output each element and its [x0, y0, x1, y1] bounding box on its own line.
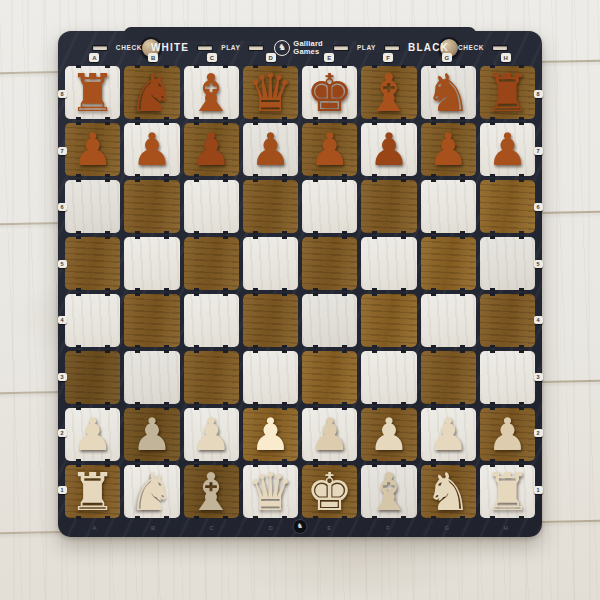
white-pawn-e2[interactable]: ♟: [302, 408, 357, 461]
square-a8[interactable]: ♜: [65, 66, 120, 119]
square-g6[interactable]: [421, 180, 476, 233]
coordinate-tag: 1: [58, 486, 67, 494]
square-b4[interactable]: [124, 294, 179, 347]
square-d3[interactable]: [243, 351, 298, 404]
square-d4[interactable]: [243, 294, 298, 347]
square-c6[interactable]: [184, 180, 239, 233]
coordinate-label: C: [210, 525, 214, 531]
coordinate-label: G: [445, 525, 450, 531]
square-b5[interactable]: [124, 237, 179, 290]
black-pawn-a7[interactable]: ♟: [65, 123, 120, 176]
squares-grid: ♜♞♝♛♚♝♞♜♟♟♟♟♟♟♟♟♟♟♟♟♟♟♟♟♜♞♝♛♚♝♞♜: [65, 66, 535, 518]
square-c5[interactable]: [184, 237, 239, 290]
square-d8[interactable]: ♛: [243, 66, 298, 119]
square-g3[interactable]: [421, 351, 476, 404]
bottom-knight-roundel-icon: ♞: [293, 519, 308, 534]
white-pawn-f2[interactable]: ♟: [361, 408, 416, 461]
indicator-slot: [198, 46, 212, 50]
coordinate-tag: E: [324, 53, 334, 62]
indicator-slot: [249, 46, 263, 50]
black-pawn-e7[interactable]: ♟: [302, 123, 357, 176]
square-b2[interactable]: ♟: [124, 408, 179, 461]
rank-labels-right: 87654321: [533, 66, 543, 518]
white-bishop-f1[interactable]: ♝: [361, 465, 416, 518]
square-h1[interactable]: ♜: [480, 465, 535, 518]
coordinate-tag: 3: [58, 373, 67, 381]
square-g7[interactable]: ♟: [421, 123, 476, 176]
square-c8[interactable]: ♝: [184, 66, 239, 119]
square-e1[interactable]: ♚: [302, 465, 357, 518]
white-knight-g1[interactable]: ♞: [421, 465, 476, 518]
square-f7[interactable]: ♟: [361, 123, 416, 176]
black-pawn-c7[interactable]: ♟: [184, 123, 239, 176]
white-pawn-d2[interactable]: ♟: [243, 408, 298, 461]
check-left-label: CHECK: [116, 44, 142, 51]
white-queen-d1[interactable]: ♛: [243, 465, 298, 518]
square-a5[interactable]: [65, 237, 120, 290]
play-left-label: PLAY: [221, 44, 240, 51]
square-g2[interactable]: ♟: [421, 408, 476, 461]
coordinate-tag: 5: [534, 260, 543, 268]
square-g1[interactable]: ♞: [421, 465, 476, 518]
square-a1[interactable]: ♜: [65, 465, 120, 518]
square-c4[interactable]: [184, 294, 239, 347]
square-a2[interactable]: ♟: [65, 408, 120, 461]
indicator-slot: [385, 46, 399, 50]
square-b1[interactable]: ♞: [124, 465, 179, 518]
coordinate-tag: 2: [534, 429, 543, 437]
coordinate-label: F: [386, 525, 390, 531]
square-b8[interactable]: ♞: [124, 66, 179, 119]
white-pawn-a2[interactable]: ♟: [65, 408, 120, 461]
white-pawn-h2[interactable]: ♟: [480, 408, 535, 461]
coordinate-label: H: [503, 525, 507, 531]
play-right-label: PLAY: [357, 44, 376, 51]
black-pawn-f7[interactable]: ♟: [361, 123, 416, 176]
wood-grain: [225, 526, 486, 600]
coordinate-tag: 7: [58, 147, 67, 155]
coordinate-tag: 7: [534, 147, 543, 155]
square-a6[interactable]: [65, 180, 120, 233]
coordinate-tag: F: [383, 53, 393, 62]
square-e7[interactable]: ♟: [302, 123, 357, 176]
black-knight-g8[interactable]: ♞: [421, 66, 476, 119]
indicator-slot: [93, 46, 107, 50]
black-pawn-h7[interactable]: ♟: [480, 123, 535, 176]
coordinate-label: D: [268, 525, 272, 531]
white-pawn-g2[interactable]: ♟: [421, 408, 476, 461]
square-h4[interactable]: [480, 294, 535, 347]
coordinate-tag: 4: [534, 316, 543, 324]
square-e4[interactable]: [302, 294, 357, 347]
chess-board: CHECK WHITE PLAY ♞ Galliard Games PLAY B…: [58, 31, 542, 537]
white-rook-h1[interactable]: ♜: [480, 465, 535, 518]
rank-labels-left: 87654321: [57, 66, 67, 518]
coordinate-tag: 8: [58, 90, 67, 98]
coordinate-tag: 6: [534, 203, 543, 211]
white-king-e1[interactable]: ♚: [302, 465, 357, 518]
coordinate-tag: G: [442, 53, 452, 62]
black-king-e8[interactable]: ♚: [302, 66, 357, 119]
square-a3[interactable]: [65, 351, 120, 404]
white-label: WHITE: [151, 42, 189, 53]
square-e3[interactable]: [302, 351, 357, 404]
square-d7[interactable]: ♟: [243, 123, 298, 176]
square-c7[interactable]: ♟: [184, 123, 239, 176]
black-bishop-f8[interactable]: ♝: [361, 66, 416, 119]
square-f6[interactable]: [361, 180, 416, 233]
white-rook-a1[interactable]: ♜: [65, 465, 120, 518]
coordinate-tag: 2: [58, 429, 67, 437]
white-pawn-c2[interactable]: ♟: [184, 408, 239, 461]
square-f1[interactable]: ♝: [361, 465, 416, 518]
square-h5[interactable]: [480, 237, 535, 290]
black-rook-a8[interactable]: ♜: [65, 66, 120, 119]
black-queen-d8[interactable]: ♛: [243, 66, 298, 119]
coordinate-tag: C: [207, 53, 217, 62]
square-e6[interactable]: [302, 180, 357, 233]
black-pawn-d7[interactable]: ♟: [243, 123, 298, 176]
square-h3[interactable]: [480, 351, 535, 404]
black-pawn-g7[interactable]: ♟: [421, 123, 476, 176]
file-labels-top: ABCDEFGH: [65, 53, 535, 63]
coordinate-tag: D: [266, 53, 276, 62]
square-e5[interactable]: [302, 237, 357, 290]
white-knight-b1[interactable]: ♞: [124, 465, 179, 518]
coordinate-tag: 3: [534, 373, 543, 381]
square-b3[interactable]: [124, 351, 179, 404]
black-rook-h8[interactable]: ♜: [480, 66, 535, 119]
coordinate-tag: 8: [534, 90, 543, 98]
coordinate-tag: A: [89, 53, 99, 62]
black-pawn-b7[interactable]: ♟: [124, 123, 179, 176]
square-f2[interactable]: ♟: [361, 408, 416, 461]
square-g5[interactable]: [421, 237, 476, 290]
indicator-slot: [493, 46, 507, 50]
coordinate-tag: 1: [534, 486, 543, 494]
black-bishop-c8[interactable]: ♝: [184, 66, 239, 119]
square-a4[interactable]: [65, 294, 120, 347]
square-c2[interactable]: ♟: [184, 408, 239, 461]
coordinate-tag: B: [148, 53, 158, 62]
square-e8[interactable]: ♚: [302, 66, 357, 119]
coordinate-label: B: [151, 525, 155, 531]
indicator-slot: [334, 46, 348, 50]
black-label: BLACK: [408, 42, 449, 53]
square-d5[interactable]: [243, 237, 298, 290]
black-knight-b8[interactable]: ♞: [124, 66, 179, 119]
coordinate-tag: 4: [58, 316, 67, 324]
square-c3[interactable]: [184, 351, 239, 404]
coordinate-tag: 6: [58, 203, 67, 211]
coordinate-label: E: [327, 525, 331, 531]
coordinate-label: A: [92, 525, 96, 531]
square-h8[interactable]: ♜: [480, 66, 535, 119]
square-h2[interactable]: ♟: [480, 408, 535, 461]
square-b6[interactable]: [124, 180, 179, 233]
square-d2[interactable]: ♟: [243, 408, 298, 461]
square-d6[interactable]: [243, 180, 298, 233]
square-f4[interactable]: [361, 294, 416, 347]
white-bishop-c1[interactable]: ♝: [184, 465, 239, 518]
square-h7[interactable]: ♟: [480, 123, 535, 176]
square-g8[interactable]: ♞: [421, 66, 476, 119]
square-h6[interactable]: [480, 180, 535, 233]
square-f3[interactable]: [361, 351, 416, 404]
coordinate-tag: H: [501, 53, 511, 62]
square-e2[interactable]: ♟: [302, 408, 357, 461]
coordinate-tag: 5: [58, 260, 67, 268]
square-f8[interactable]: ♝: [361, 66, 416, 119]
check-right-label: CHECK: [458, 44, 484, 51]
square-b7[interactable]: ♟: [124, 123, 179, 176]
white-pawn-b2[interactable]: ♟: [124, 408, 179, 461]
square-a7[interactable]: ♟: [65, 123, 120, 176]
square-f5[interactable]: [361, 237, 416, 290]
square-d1[interactable]: ♛: [243, 465, 298, 518]
square-c1[interactable]: ♝: [184, 465, 239, 518]
square-g4[interactable]: [421, 294, 476, 347]
